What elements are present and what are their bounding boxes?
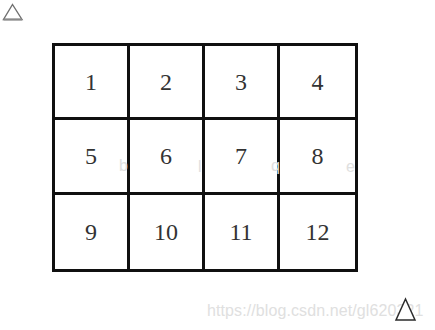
grid-cell: 12 xyxy=(280,195,355,269)
grid-cell: 1 xyxy=(55,46,130,120)
cell-number: 2 xyxy=(160,70,172,94)
watermark-fragment: e xyxy=(346,159,355,175)
cell-number: 8 xyxy=(312,144,324,168)
cell-number: 10 xyxy=(154,220,178,244)
watermark-fragment: q xyxy=(271,158,280,174)
cell-number: 12 xyxy=(306,220,330,244)
cell-number: 6 xyxy=(160,144,172,168)
grid-cell: 9 xyxy=(55,195,130,269)
cell-number: 9 xyxy=(85,220,97,244)
grid-cell: 2 xyxy=(130,46,205,120)
cell-number: 5 xyxy=(85,144,97,168)
triangle-icon xyxy=(394,297,418,323)
cell-number: 7 xyxy=(235,144,247,168)
cell-number: 3 xyxy=(235,70,247,94)
grid-cell: 6 xyxy=(130,120,205,194)
grid-cell: 3 xyxy=(205,46,280,120)
grid-cell: 7 xyxy=(205,120,280,194)
grid-cell: 8 xyxy=(280,120,355,194)
cell-number: 1 xyxy=(85,70,97,94)
screenshot-canvas: { "game": "numbered-grid-diagram", "posi… xyxy=(0,0,435,330)
numbered-grid-board: 1 2 3 4 5 6 7 8 9 10 11 12 xyxy=(52,43,358,272)
watermark-fragment: l xyxy=(198,159,202,175)
watermark-fragment: b xyxy=(119,158,128,174)
triangle-icon xyxy=(2,3,28,25)
grid-cell: 11 xyxy=(205,195,280,269)
watermark-url: https://blog.csdn.net/gl620321 xyxy=(207,301,424,320)
cell-number: 4 xyxy=(312,70,324,94)
grid-cell: 10 xyxy=(130,195,205,269)
grid-cell: 4 xyxy=(280,46,355,120)
cell-number: 11 xyxy=(229,220,252,244)
